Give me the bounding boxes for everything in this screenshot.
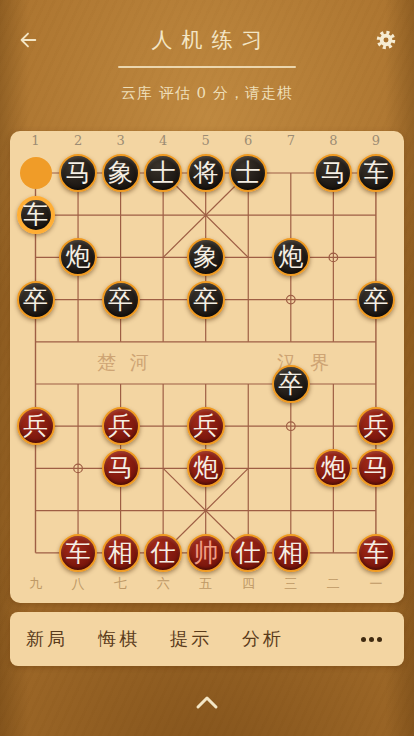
collapse-panel-button[interactable] xyxy=(193,692,221,714)
file-label-bottom: 八 xyxy=(72,577,85,591)
board-grid-lines xyxy=(10,131,404,603)
gear-icon xyxy=(375,29,397,51)
piece-red-cannon[interactable]: 炮 xyxy=(187,449,225,487)
piece-black-soldier[interactable]: 卒 xyxy=(272,365,310,403)
file-label-top: 4 xyxy=(159,134,167,148)
piece-black-soldier[interactable]: 卒 xyxy=(102,281,140,319)
more-options-button[interactable] xyxy=(357,633,386,646)
file-label-bottom: 三 xyxy=(284,577,297,591)
piece-red-elephant[interactable]: 相 xyxy=(272,534,310,572)
piece-red-soldier[interactable]: 兵 xyxy=(187,407,225,445)
undo-move-button[interactable]: 悔棋 xyxy=(98,627,140,651)
file-label-bottom: 一 xyxy=(369,577,382,591)
piece-red-horse[interactable]: 马 xyxy=(102,449,140,487)
piece-red-soldier[interactable]: 兵 xyxy=(357,407,395,445)
file-label-top: 6 xyxy=(244,134,252,148)
app-screen: 人机练习 云库 评估 0 分，请走棋 123456789九八七六五四三二一 楚河… xyxy=(0,0,414,736)
file-label-bottom: 六 xyxy=(157,577,170,591)
piece-black-advisor[interactable]: 士 xyxy=(229,154,267,192)
piece-red-soldier[interactable]: 兵 xyxy=(17,407,55,445)
piece-black-cannon[interactable]: 炮 xyxy=(272,238,310,276)
file-label-bottom: 四 xyxy=(242,577,255,591)
engine-status-text: 云库 评估 0 分，请走棋 xyxy=(0,84,414,103)
file-label-top: 8 xyxy=(329,134,337,148)
file-label-bottom: 二 xyxy=(327,577,340,591)
piece-black-elephant[interactable]: 象 xyxy=(187,238,225,276)
chevron-up-icon xyxy=(193,693,221,711)
hint-button[interactable]: 提示 xyxy=(170,627,212,651)
piece-black-elephant[interactable]: 象 xyxy=(102,154,140,192)
piece-black-soldier[interactable]: 卒 xyxy=(357,281,395,319)
last-move-origin-marker xyxy=(20,157,52,189)
piece-red-advisor[interactable]: 仕 xyxy=(229,534,267,572)
piece-black-horse[interactable]: 马 xyxy=(59,154,97,192)
file-label-bottom: 九 xyxy=(29,577,42,591)
title-divider xyxy=(118,66,296,68)
piece-black-general[interactable]: 将 xyxy=(187,154,225,192)
piece-black-chariot[interactable]: 车 xyxy=(17,196,55,234)
xiangqi-board[interactable]: 123456789九八七六五四三二一 楚河 汉界 马象士将士马车车炮象炮卒卒卒卒… xyxy=(10,131,404,603)
file-label-top: 1 xyxy=(31,134,39,148)
analysis-button[interactable]: 分析 xyxy=(242,627,284,651)
piece-red-soldier[interactable]: 兵 xyxy=(102,407,140,445)
top-bar: 人机练习 xyxy=(0,22,414,58)
file-label-top: 5 xyxy=(202,134,210,148)
page-title: 人机练习 xyxy=(0,22,414,58)
settings-button[interactable] xyxy=(370,22,402,58)
piece-black-soldier[interactable]: 卒 xyxy=(187,281,225,319)
ellipsis-icon xyxy=(361,637,366,642)
river-label-left: 楚河 xyxy=(83,350,163,376)
piece-red-chariot[interactable]: 车 xyxy=(59,534,97,572)
file-label-top: 7 xyxy=(287,134,295,148)
file-label-top: 2 xyxy=(74,134,82,148)
new-game-button[interactable]: 新局 xyxy=(26,627,68,651)
file-label-bottom: 五 xyxy=(199,577,212,591)
file-label-top: 9 xyxy=(372,134,380,148)
bottom-toolbar: 新局 悔棋 提示 分析 xyxy=(10,612,404,666)
piece-black-soldier[interactable]: 卒 xyxy=(17,281,55,319)
piece-red-general[interactable]: 帅 xyxy=(187,534,225,572)
piece-black-advisor[interactable]: 士 xyxy=(144,154,182,192)
piece-red-chariot[interactable]: 车 xyxy=(357,534,395,572)
file-label-top: 3 xyxy=(116,134,124,148)
file-label-bottom: 七 xyxy=(114,577,127,591)
piece-red-advisor[interactable]: 仕 xyxy=(144,534,182,572)
piece-red-elephant[interactable]: 相 xyxy=(102,534,140,572)
piece-black-chariot[interactable]: 车 xyxy=(357,154,395,192)
